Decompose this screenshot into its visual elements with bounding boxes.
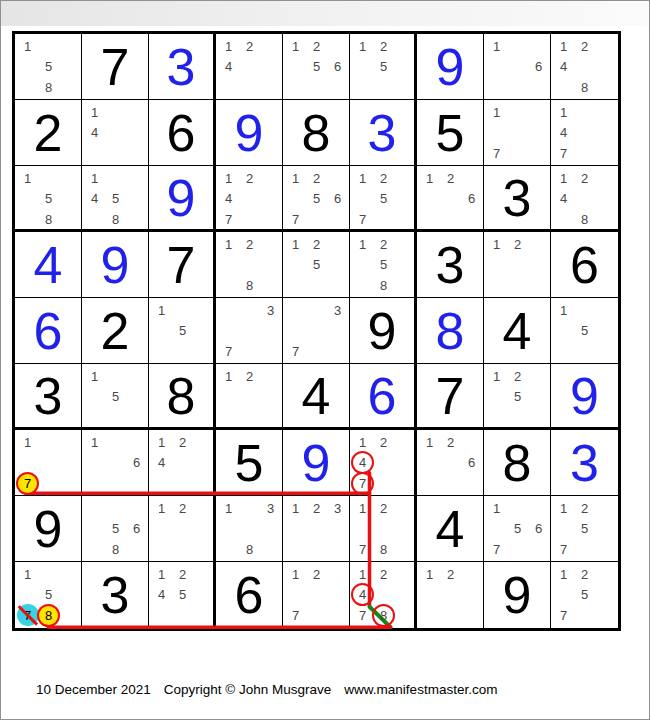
cell-r5c2[interactable]: 2 — [82, 298, 149, 364]
pencil-marks: 15 — [82, 364, 149, 430]
footer-date: 10 December 2021 — [36, 682, 151, 697]
candidate-5: 5 — [373, 57, 394, 78]
cell-r7c7[interactable]: 126 — [417, 430, 484, 496]
cell-r9c4[interactable]: 6 — [216, 562, 283, 628]
cell-r9c5[interactable]: 127 — [283, 562, 350, 628]
candidate-8: 8 — [38, 77, 59, 98]
candidate-8: 8 — [239, 275, 260, 296]
cell-r4c5[interactable]: 125 — [283, 232, 350, 298]
candidate-2: 2 — [306, 564, 327, 585]
cell-r4c8[interactable]: 12 — [484, 232, 551, 298]
candidate-1: 1 — [285, 498, 306, 519]
candidate-1: 1 — [285, 168, 306, 189]
cell-r1c3[interactable]: 3 — [149, 34, 216, 100]
cell-r9c3[interactable]: 1245 — [149, 562, 216, 628]
cell-r7c3[interactable]: 124 — [149, 430, 216, 496]
candidate-6: 6 — [126, 453, 147, 474]
candidate-5: 5 — [373, 255, 394, 276]
digit-solved: 9 — [167, 172, 196, 224]
cell-r9c6[interactable]: 12478 — [350, 562, 417, 628]
candidate-2: 2 — [306, 36, 327, 57]
candidate-7: 7 — [218, 341, 239, 362]
pencil-marks: 16 — [82, 430, 149, 496]
candidate-1: 1 — [419, 432, 440, 453]
candidate-5: 5 — [105, 189, 126, 210]
digit-solved: 3 — [368, 107, 397, 159]
digit-given: 6 — [235, 569, 264, 621]
pencil-marks: 1257 — [551, 562, 618, 628]
candidate-4: 4 — [352, 585, 373, 606]
digit-given: 8 — [302, 107, 331, 159]
candidate-5: 5 — [507, 519, 528, 540]
digit-solved: 4 — [34, 239, 63, 291]
candidate-1: 1 — [151, 432, 172, 453]
candidate-1: 1 — [84, 102, 105, 123]
cell-r8c2[interactable]: 568 — [82, 496, 149, 562]
pencil-marks: 37 — [283, 298, 350, 364]
digit-solved: 8 — [436, 305, 465, 357]
candidate-1: 1 — [285, 564, 306, 585]
candidate-6: 6 — [327, 189, 348, 210]
pencil-marks: 127 — [283, 562, 350, 628]
candidate-4: 4 — [151, 585, 172, 606]
digit-solved: 9 — [235, 107, 264, 159]
cell-r6c4[interactable]: 12 — [216, 364, 283, 430]
candidate-8: 8 — [373, 275, 394, 296]
candidate-1: 1 — [553, 36, 574, 57]
digit-given: 2 — [101, 305, 130, 357]
pencil-marks: 126 — [417, 430, 484, 496]
candidate-7: 7 — [218, 209, 239, 230]
candidate-5: 5 — [574, 519, 595, 540]
cell-r2c7[interactable]: 5 — [417, 100, 484, 166]
candidate-8: 8 — [373, 605, 394, 626]
digit-given: 8 — [503, 437, 532, 489]
cell-r8c1[interactable]: 9 — [15, 496, 82, 562]
candidate-3: 3 — [260, 300, 281, 321]
candidate-2: 2 — [373, 432, 394, 453]
candidate-2: 2 — [239, 366, 260, 387]
candidate-5: 5 — [574, 321, 595, 342]
cell-r8c8[interactable]: 1567 — [484, 496, 551, 562]
candidate-1: 1 — [352, 168, 373, 189]
candidate-8: 8 — [574, 209, 595, 230]
candidate-2: 2 — [373, 498, 394, 519]
pencil-marks: 1247 — [350, 430, 417, 496]
candidate-2: 2 — [507, 366, 528, 387]
candidate-1: 1 — [352, 36, 373, 57]
candidate-5: 5 — [105, 519, 126, 540]
candidate-2: 2 — [574, 36, 595, 57]
cell-r8c5[interactable]: 123 — [283, 496, 350, 562]
cell-r1c7[interactable]: 9 — [417, 34, 484, 100]
candidate-8: 8 — [38, 605, 59, 626]
cell-r5c8[interactable]: 4 — [484, 298, 551, 364]
candidate-1: 1 — [151, 300, 172, 321]
pencil-marks: 12 — [216, 364, 283, 430]
cell-r4c1[interactable]: 4 — [15, 232, 82, 298]
candidate-1: 1 — [285, 36, 306, 57]
pencil-marks: 1248 — [551, 166, 618, 232]
cell-r2c8[interactable]: 17 — [484, 100, 551, 166]
candidate-7: 7 — [285, 605, 306, 626]
candidate-2: 2 — [306, 168, 327, 189]
candidate-7: 7 — [553, 539, 574, 560]
candidate-7: 7 — [553, 143, 574, 164]
cell-r7c6[interactable]: 1247 — [350, 430, 417, 496]
candidate-1: 1 — [553, 564, 574, 585]
pencil-marks: 1578 — [15, 562, 82, 628]
candidate-2: 2 — [306, 234, 327, 255]
cell-r4c3[interactable]: 7 — [149, 232, 216, 298]
digit-solved: 9 — [570, 370, 599, 422]
candidate-5: 5 — [38, 189, 59, 210]
candidate-6: 6 — [528, 519, 549, 540]
cell-r5c3[interactable]: 15 — [149, 298, 216, 364]
cell-r2c4[interactable]: 9 — [216, 100, 283, 166]
digit-given: 8 — [167, 370, 196, 422]
candidate-1: 1 — [486, 498, 507, 519]
candidate-6: 6 — [327, 57, 348, 78]
cell-r5c6[interactable]: 9 — [350, 298, 417, 364]
candidate-5: 5 — [105, 387, 126, 408]
cell-r7c2[interactable]: 16 — [82, 430, 149, 496]
cell-r5c4[interactable]: 37 — [216, 298, 283, 364]
digit-given: 7 — [167, 239, 196, 291]
cell-r4c6[interactable]: 1258 — [350, 232, 417, 298]
cell-r1c8[interactable]: 16 — [484, 34, 551, 100]
candidate-1: 1 — [218, 234, 239, 255]
digit-given: 6 — [570, 239, 599, 291]
candidate-8: 8 — [239, 539, 260, 560]
candidate-7: 7 — [285, 209, 306, 230]
cell-r2c2[interactable]: 14 — [82, 100, 149, 166]
candidate-6: 6 — [461, 189, 482, 210]
candidate-2: 2 — [440, 432, 461, 453]
footer: 10 December 2021 Copyright © John Musgra… — [36, 682, 497, 697]
digit-solved: 3 — [570, 437, 599, 489]
candidate-4: 4 — [553, 57, 574, 78]
pencil-marks: 125 — [283, 232, 350, 298]
cell-r5c9[interactable]: 15 — [551, 298, 618, 364]
pencil-marks: 1458 — [82, 166, 149, 232]
digit-given: 7 — [436, 370, 465, 422]
pencil-marks: 12 — [484, 232, 551, 298]
candidate-2: 2 — [239, 36, 260, 57]
candidate-1: 1 — [486, 234, 507, 255]
cell-r7c9[interactable]: 3 — [551, 430, 618, 496]
candidate-7: 7 — [352, 605, 373, 626]
candidate-7: 7 — [352, 539, 373, 560]
pencil-marks: 12478 — [350, 562, 417, 628]
pencil-marks: 14 — [82, 100, 149, 166]
candidate-5: 5 — [306, 57, 327, 78]
cell-r1c1[interactable]: 158 — [15, 34, 82, 100]
cell-r8c6[interactable]: 1278 — [350, 496, 417, 562]
digit-solved: 9 — [436, 41, 465, 93]
digit-given: 9 — [368, 305, 397, 357]
candidate-1: 1 — [84, 168, 105, 189]
cell-r2c6[interactable]: 3 — [350, 100, 417, 166]
pencil-marks: 1245 — [149, 562, 216, 628]
candidate-1: 1 — [17, 564, 38, 585]
cell-r5c5[interactable]: 37 — [283, 298, 350, 364]
top-strip — [1, 1, 649, 26]
digit-given: 9 — [34, 503, 63, 555]
cell-r6c9[interactable]: 9 — [551, 364, 618, 430]
candidate-7: 7 — [17, 473, 38, 494]
pencil-marks: 568 — [82, 496, 149, 562]
cell-r4c9[interactable]: 6 — [551, 232, 618, 298]
cell-r4c7[interactable]: 3 — [417, 232, 484, 298]
cell-r4c2[interactable]: 9 — [82, 232, 149, 298]
candidate-7: 7 — [17, 605, 38, 626]
cell-r9c1[interactable]: 1578 — [15, 562, 82, 628]
candidate-8: 8 — [105, 539, 126, 560]
digit-given: 3 — [101, 569, 130, 621]
cell-r8c7[interactable]: 4 — [417, 496, 484, 562]
candidate-2: 2 — [172, 498, 193, 519]
candidate-2: 2 — [373, 168, 394, 189]
cell-r3c1[interactable]: 158 — [15, 166, 82, 232]
candidate-1: 1 — [17, 432, 38, 453]
cell-r1c9[interactable]: 1248 — [551, 34, 618, 100]
digit-given: 3 — [34, 370, 63, 422]
digit-given: 2 — [34, 107, 63, 159]
candidate-1: 1 — [84, 432, 105, 453]
candidate-8: 8 — [105, 209, 126, 230]
candidate-1: 1 — [419, 564, 440, 585]
cell-r3c2[interactable]: 1458 — [82, 166, 149, 232]
candidate-2: 2 — [172, 564, 193, 585]
cell-r6c1[interactable]: 3 — [15, 364, 82, 430]
candidate-5: 5 — [306, 255, 327, 276]
digit-given: 9 — [503, 569, 532, 621]
candidate-5: 5 — [507, 387, 528, 408]
candidate-3: 3 — [260, 498, 281, 519]
cell-r3c8[interactable]: 3 — [484, 166, 551, 232]
pencil-marks: 138 — [216, 496, 283, 562]
candidate-7: 7 — [553, 605, 574, 626]
cell-r9c9[interactable]: 1257 — [551, 562, 618, 628]
digit-given: 7 — [101, 41, 130, 93]
candidate-1: 1 — [285, 234, 306, 255]
cell-r6c7[interactable]: 7 — [417, 364, 484, 430]
pencil-marks: 17 — [484, 100, 551, 166]
cell-r2c1[interactable]: 2 — [15, 100, 82, 166]
cell-r1c2[interactable]: 7 — [82, 34, 149, 100]
candidate-6: 6 — [528, 57, 549, 78]
candidate-2: 2 — [574, 498, 595, 519]
cell-r6c2[interactable]: 15 — [82, 364, 149, 430]
candidate-5: 5 — [373, 189, 394, 210]
cell-r8c4[interactable]: 138 — [216, 496, 283, 562]
candidate-2: 2 — [373, 36, 394, 57]
pencil-marks: 12 — [149, 496, 216, 562]
cell-r9c7[interactable]: 12 — [417, 562, 484, 628]
cell-r3c6[interactable]: 1257 — [350, 166, 417, 232]
candidate-5: 5 — [574, 585, 595, 606]
candidate-4: 4 — [84, 189, 105, 210]
cell-r5c1[interactable]: 6 — [15, 298, 82, 364]
pencil-marks: 147 — [551, 100, 618, 166]
candidate-2: 2 — [373, 234, 394, 255]
cell-r6c8[interactable]: 125 — [484, 364, 551, 430]
cell-r3c9[interactable]: 1248 — [551, 166, 618, 232]
pencil-marks: 123 — [283, 496, 350, 562]
pencil-marks: 12 — [417, 562, 484, 628]
pencil-marks: 1256 — [283, 34, 350, 100]
candidate-1: 1 — [84, 366, 105, 387]
candidate-2: 2 — [373, 564, 394, 585]
cell-r6c3[interactable]: 8 — [149, 364, 216, 430]
pencil-marks: 158 — [15, 34, 82, 100]
candidate-6: 6 — [461, 453, 482, 474]
cell-r2c9[interactable]: 147 — [551, 100, 618, 166]
cell-r7c5[interactable]: 9 — [283, 430, 350, 496]
cell-r1c6[interactable]: 125 — [350, 34, 417, 100]
candidate-8: 8 — [373, 539, 394, 560]
cell-r6c5[interactable]: 4 — [283, 364, 350, 430]
digit-given: 4 — [436, 503, 465, 555]
pencil-marks: 12567 — [283, 166, 350, 232]
candidate-7: 7 — [486, 539, 507, 560]
candidate-3: 3 — [327, 498, 348, 519]
cell-r1c5[interactable]: 1256 — [283, 34, 350, 100]
candidate-6: 6 — [126, 519, 147, 540]
pencil-marks: 16 — [484, 34, 551, 100]
pencil-marks: 126 — [417, 166, 484, 232]
cell-r3c5[interactable]: 12567 — [283, 166, 350, 232]
digit-given: 5 — [436, 107, 465, 159]
candidate-1: 1 — [218, 366, 239, 387]
candidate-1: 1 — [352, 498, 373, 519]
candidate-1: 1 — [352, 564, 373, 585]
candidate-1: 1 — [553, 498, 574, 519]
candidate-1: 1 — [352, 432, 373, 453]
pencil-marks: 128 — [216, 232, 283, 298]
sudoku-board: 1587312412561259161248214698351714715814… — [12, 31, 621, 631]
page: 1587312412561259161248214698351714715814… — [0, 0, 650, 720]
candidate-5: 5 — [38, 585, 59, 606]
cell-r3c4[interactable]: 1247 — [216, 166, 283, 232]
digit-given: 3 — [503, 172, 532, 224]
candidate-1: 1 — [17, 36, 38, 57]
pencil-marks: 1257 — [551, 496, 618, 562]
candidate-5: 5 — [172, 321, 193, 342]
candidate-1: 1 — [553, 300, 574, 321]
candidate-1: 1 — [151, 564, 172, 585]
cell-r2c3[interactable]: 6 — [149, 100, 216, 166]
candidate-1: 1 — [419, 168, 440, 189]
pencil-marks: 124 — [216, 34, 283, 100]
pencil-marks: 1567 — [484, 496, 551, 562]
candidate-1: 1 — [553, 102, 574, 123]
candidate-1: 1 — [352, 234, 373, 255]
cell-r3c7[interactable]: 126 — [417, 166, 484, 232]
candidate-2: 2 — [172, 432, 193, 453]
candidate-7: 7 — [352, 473, 373, 494]
candidate-1: 1 — [218, 36, 239, 57]
candidate-5: 5 — [172, 585, 193, 606]
candidate-4: 4 — [352, 453, 373, 474]
cell-r2c5[interactable]: 8 — [283, 100, 350, 166]
cell-r8c9[interactable]: 1257 — [551, 496, 618, 562]
candidate-2: 2 — [239, 168, 260, 189]
digit-given: 4 — [503, 305, 532, 357]
candidate-5: 5 — [38, 57, 59, 78]
candidate-8: 8 — [574, 77, 595, 98]
candidate-1: 1 — [218, 498, 239, 519]
candidate-5: 5 — [306, 189, 327, 210]
candidate-1: 1 — [486, 366, 507, 387]
digit-solved: 6 — [34, 305, 63, 357]
pencil-marks: 158 — [15, 166, 82, 232]
cell-r7c8[interactable]: 8 — [484, 430, 551, 496]
cell-r6c6[interactable]: 6 — [350, 364, 417, 430]
candidate-2: 2 — [239, 234, 260, 255]
digit-solved: 3 — [167, 41, 196, 93]
candidate-1: 1 — [486, 36, 507, 57]
digit-solved: 9 — [101, 239, 130, 291]
candidate-2: 2 — [574, 168, 595, 189]
pencil-marks: 15 — [551, 298, 618, 364]
candidate-4: 4 — [151, 453, 172, 474]
digit-given: 4 — [302, 370, 331, 422]
candidate-4: 4 — [553, 123, 574, 144]
candidate-2: 2 — [574, 564, 595, 585]
cell-r1c4[interactable]: 124 — [216, 34, 283, 100]
candidate-3: 3 — [327, 300, 348, 321]
candidate-2: 2 — [507, 234, 528, 255]
pencil-marks: 124 — [149, 430, 216, 496]
cell-r8c3[interactable]: 12 — [149, 496, 216, 562]
digit-solved: 9 — [302, 437, 331, 489]
candidate-2: 2 — [440, 168, 461, 189]
candidate-1: 1 — [486, 102, 507, 123]
pencil-marks: 1257 — [350, 166, 417, 232]
candidate-4: 4 — [218, 57, 239, 78]
candidate-1: 1 — [17, 168, 38, 189]
digit-given: 3 — [436, 239, 465, 291]
digit-given: 6 — [167, 107, 196, 159]
cell-r7c1[interactable]: 17 — [15, 430, 82, 496]
candidate-2: 2 — [306, 498, 327, 519]
pencil-marks: 1248 — [551, 34, 618, 100]
candidate-4: 4 — [218, 189, 239, 210]
footer-website: www.manifestmaster.com — [344, 682, 497, 697]
candidate-4: 4 — [84, 123, 105, 144]
candidate-7: 7 — [486, 143, 507, 164]
cell-r3c3[interactable]: 9 — [149, 166, 216, 232]
candidate-1: 1 — [151, 498, 172, 519]
cell-r7c4[interactable]: 5 — [216, 430, 283, 496]
candidate-8: 8 — [38, 209, 59, 230]
pencil-marks: 125 — [350, 34, 417, 100]
pencil-marks: 1258 — [350, 232, 417, 298]
cell-r5c7[interactable]: 8 — [417, 298, 484, 364]
pencil-marks: 1247 — [216, 166, 283, 232]
candidate-1: 1 — [218, 168, 239, 189]
candidate-2: 2 — [440, 564, 461, 585]
cell-r4c4[interactable]: 128 — [216, 232, 283, 298]
cell-r9c2[interactable]: 3 — [82, 562, 149, 628]
digit-given: 5 — [235, 437, 264, 489]
cell-r9c8[interactable]: 9 — [484, 562, 551, 628]
candidate-1: 1 — [553, 168, 574, 189]
candidate-7: 7 — [285, 341, 306, 362]
pencil-marks: 17 — [15, 430, 82, 496]
